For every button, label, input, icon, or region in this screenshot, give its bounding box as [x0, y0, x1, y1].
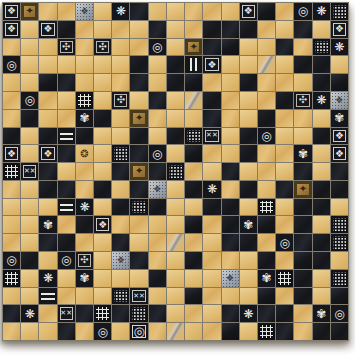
tile [331, 252, 348, 269]
tile [276, 323, 293, 340]
tile [203, 3, 220, 20]
tile [294, 270, 311, 287]
tile [130, 305, 147, 322]
tile [185, 234, 202, 251]
tile [276, 270, 293, 287]
tile [258, 199, 275, 216]
tile: ✾ [39, 216, 56, 233]
tile [94, 74, 111, 91]
tile: ❖ [331, 92, 348, 109]
mosaic-sheet: ❖✦❖❋❖◎❋❖❖❖✣✣◎✦❋◎❖◎✣✣❋❖✾✦✾✕✕◎❖❖❖❂◎✾❖✕✕✦❖❋… [2, 2, 349, 341]
tile [222, 56, 239, 73]
tile [185, 252, 202, 269]
tile [94, 145, 111, 162]
tile [39, 92, 56, 109]
tile [294, 199, 311, 216]
tile [21, 270, 38, 287]
tile [130, 270, 147, 287]
tile [167, 305, 184, 322]
tile: ❖ [3, 21, 20, 38]
tile [331, 199, 348, 216]
tile [167, 199, 184, 216]
tile [3, 74, 20, 91]
tile [276, 288, 293, 305]
tile: ◎ [130, 323, 147, 340]
tile [185, 216, 202, 233]
tile [130, 21, 147, 38]
tile [58, 145, 75, 162]
tile [276, 181, 293, 198]
tile [167, 270, 184, 287]
tile [222, 3, 239, 20]
tile [112, 39, 129, 56]
tile [130, 199, 147, 216]
tile [276, 199, 293, 216]
tile: ✣ [112, 92, 129, 109]
tile [313, 21, 330, 38]
tile [167, 163, 184, 180]
tile [313, 163, 330, 180]
tile [130, 3, 147, 20]
tile [21, 56, 38, 73]
tile [222, 110, 239, 127]
tile [203, 39, 220, 56]
tile [258, 216, 275, 233]
tile [21, 216, 38, 233]
tile [276, 128, 293, 145]
tile [58, 216, 75, 233]
tile [294, 163, 311, 180]
tile [258, 110, 275, 127]
tile [222, 92, 239, 109]
tile [313, 74, 330, 91]
tile [313, 199, 330, 216]
tile: ✾ [258, 270, 275, 287]
tile [313, 234, 330, 251]
tile [149, 305, 166, 322]
tile [149, 288, 166, 305]
tile [185, 181, 202, 198]
tile [185, 56, 202, 73]
tile [112, 56, 129, 73]
tile [3, 181, 20, 198]
tile: ◎ [276, 234, 293, 251]
tile [3, 270, 20, 287]
tile: ✦ [294, 181, 311, 198]
tile [39, 74, 56, 91]
tile [203, 216, 220, 233]
tile [185, 128, 202, 145]
tile [112, 199, 129, 216]
tile [294, 74, 311, 91]
tile [167, 181, 184, 198]
tile [203, 74, 220, 91]
tile: ❂ [76, 145, 93, 162]
tile [94, 163, 111, 180]
tile: ❖ [331, 128, 348, 145]
tile [130, 145, 147, 162]
tile [185, 305, 202, 322]
tile [58, 234, 75, 251]
tile [313, 39, 330, 56]
tile [21, 128, 38, 145]
tile [258, 234, 275, 251]
tile [130, 39, 147, 56]
tile [94, 305, 111, 322]
tile [331, 163, 348, 180]
tile [203, 234, 220, 251]
tile [240, 74, 257, 91]
tile: ✣ [76, 252, 93, 269]
tile [167, 3, 184, 20]
tile [130, 56, 147, 73]
tile: ✣ [294, 92, 311, 109]
tile [313, 145, 330, 162]
tile: ✕✕ [58, 305, 75, 322]
tile [76, 288, 93, 305]
tile [21, 181, 38, 198]
tile [258, 92, 275, 109]
tile: ✦ [130, 163, 147, 180]
tile [94, 234, 111, 251]
tile [313, 56, 330, 73]
tile [313, 252, 330, 269]
tile: ❖ [3, 3, 20, 20]
tile [222, 216, 239, 233]
tile [167, 234, 184, 251]
tile [331, 270, 348, 287]
tile [3, 216, 20, 233]
tile: ✾ [313, 305, 330, 322]
tile [39, 181, 56, 198]
tile: ❖ [203, 56, 220, 73]
tile: ❖ [112, 252, 129, 269]
tile: ✣ [94, 39, 111, 56]
tile: ✾ [294, 145, 311, 162]
tile [94, 288, 111, 305]
tile [112, 163, 129, 180]
tile [276, 145, 293, 162]
tile [331, 323, 348, 340]
tile [149, 234, 166, 251]
tile [240, 92, 257, 109]
tile [258, 288, 275, 305]
tile [130, 128, 147, 145]
tile [149, 3, 166, 20]
tile [185, 288, 202, 305]
tile [294, 216, 311, 233]
tile [130, 216, 147, 233]
tile [21, 252, 38, 269]
tile [203, 323, 220, 340]
tile: ❖ [39, 21, 56, 38]
tile [203, 288, 220, 305]
tile [39, 199, 56, 216]
tile: ◎ [21, 92, 38, 109]
tile [258, 74, 275, 91]
tile [276, 74, 293, 91]
tile [21, 199, 38, 216]
tile [276, 216, 293, 233]
tile [294, 128, 311, 145]
tile [112, 234, 129, 251]
tile [167, 21, 184, 38]
tile [222, 234, 239, 251]
tile [3, 234, 20, 251]
tile: ❋ [203, 181, 220, 198]
tile [58, 288, 75, 305]
tile [58, 92, 75, 109]
tile [167, 323, 184, 340]
tile [313, 128, 330, 145]
tile [185, 92, 202, 109]
tile [222, 74, 239, 91]
tile [3, 110, 20, 127]
tile [76, 234, 93, 251]
tile: ◎ [3, 252, 20, 269]
tile [222, 252, 239, 269]
tile [94, 56, 111, 73]
photo-background: { "game": "none — decorative stone mosai… [0, 0, 355, 355]
tile [76, 74, 93, 91]
tile: ❖ [3, 145, 20, 162]
tile [39, 323, 56, 340]
tile [76, 21, 93, 38]
tile [331, 234, 348, 251]
tile: ✣ [58, 39, 75, 56]
tile [222, 39, 239, 56]
tile [167, 145, 184, 162]
tile [258, 145, 275, 162]
tile [21, 288, 38, 305]
tile [222, 181, 239, 198]
tile [130, 92, 147, 109]
tile [276, 305, 293, 322]
tile [76, 56, 93, 73]
tile [203, 199, 220, 216]
tile [130, 252, 147, 269]
tile [94, 270, 111, 287]
tile: ❖ [76, 3, 93, 20]
tile [39, 39, 56, 56]
tile: ◎ [149, 39, 166, 56]
tile [276, 56, 293, 73]
tile [3, 288, 20, 305]
tile [222, 288, 239, 305]
tile [94, 252, 111, 269]
tile [185, 3, 202, 20]
tile [39, 110, 56, 127]
tile [240, 252, 257, 269]
tile [258, 56, 275, 73]
tile: ❖ [222, 270, 239, 287]
tile: ❋ [240, 305, 257, 322]
tile [276, 110, 293, 127]
tile [3, 199, 20, 216]
tile [130, 234, 147, 251]
tile [294, 234, 311, 251]
tile [112, 74, 129, 91]
tile: ❋ [112, 3, 129, 20]
tile [240, 39, 257, 56]
tile [76, 92, 93, 109]
tile [240, 270, 257, 287]
tile [76, 128, 93, 145]
tile: ◎ [3, 56, 20, 73]
tile [240, 145, 257, 162]
tile [258, 305, 275, 322]
tile: ◎ [94, 323, 111, 340]
tile [294, 110, 311, 127]
tile [21, 39, 38, 56]
tile [331, 288, 348, 305]
tile [3, 163, 20, 180]
tile [331, 3, 348, 20]
tile [39, 305, 56, 322]
tile [58, 181, 75, 198]
tile [149, 21, 166, 38]
tile [149, 74, 166, 91]
tile: ❋ [313, 3, 330, 20]
tile: ✦ [185, 39, 202, 56]
tile [203, 163, 220, 180]
tile [185, 74, 202, 91]
tile: ❋ [21, 305, 38, 322]
tile [276, 163, 293, 180]
tile [112, 181, 129, 198]
tile: ❖ [331, 145, 348, 162]
tile: ❖ [39, 145, 56, 162]
tile [331, 216, 348, 233]
tile: ◎ [149, 145, 166, 162]
tile [258, 3, 275, 20]
tile: ❋ [39, 270, 56, 287]
tile [76, 305, 93, 322]
tile [222, 145, 239, 162]
tile [167, 288, 184, 305]
tile: ✾ [76, 110, 93, 127]
tile [203, 270, 220, 287]
tile [94, 21, 111, 38]
tile [21, 74, 38, 91]
tile [294, 21, 311, 38]
tile [58, 199, 75, 216]
tile [39, 3, 56, 20]
tile [149, 270, 166, 287]
tile [167, 92, 184, 109]
tile [76, 39, 93, 56]
tile [294, 323, 311, 340]
tile [276, 21, 293, 38]
tile [240, 199, 257, 216]
tile: ◎ [331, 305, 348, 322]
tile [167, 216, 184, 233]
tile [149, 56, 166, 73]
tile [149, 163, 166, 180]
tile [313, 323, 330, 340]
tile [112, 110, 129, 127]
tile [203, 305, 220, 322]
tile [112, 305, 129, 322]
tile: ✾ [240, 216, 257, 233]
tile [76, 323, 93, 340]
tile [276, 3, 293, 20]
tile [58, 128, 75, 145]
tile [3, 128, 20, 145]
tile [58, 110, 75, 127]
tile [21, 145, 38, 162]
tile [313, 181, 330, 198]
tile [240, 323, 257, 340]
tile [185, 199, 202, 216]
tile [276, 92, 293, 109]
tile [185, 21, 202, 38]
tile [294, 288, 311, 305]
tile [240, 234, 257, 251]
tile [94, 181, 111, 198]
tile [167, 252, 184, 269]
tile [39, 56, 56, 73]
tile [21, 21, 38, 38]
tile [58, 56, 75, 73]
tile [112, 270, 129, 287]
tile [240, 56, 257, 73]
tile [112, 21, 129, 38]
tile: ❖ [331, 21, 348, 38]
tile [258, 252, 275, 269]
tile: ✦ [130, 110, 147, 127]
tile [3, 39, 20, 56]
tile [94, 110, 111, 127]
tile [276, 39, 293, 56]
tile [94, 128, 111, 145]
tile [258, 323, 275, 340]
tile [331, 74, 348, 91]
tile [112, 323, 129, 340]
tile [203, 145, 220, 162]
tile [222, 199, 239, 216]
tile: ❖ [240, 3, 257, 20]
tile [203, 21, 220, 38]
tile [112, 216, 129, 233]
tile [130, 181, 147, 198]
tile [203, 252, 220, 269]
tile: ❋ [313, 92, 330, 109]
tile [149, 110, 166, 127]
tile [94, 199, 111, 216]
tile [294, 252, 311, 269]
tile: ❋ [331, 39, 348, 56]
tile [258, 163, 275, 180]
tile [167, 128, 184, 145]
tile: ✕✕ [130, 288, 147, 305]
tile [112, 288, 129, 305]
tile [331, 56, 348, 73]
tile [167, 39, 184, 56]
tile [185, 110, 202, 127]
tile [149, 216, 166, 233]
tile [313, 288, 330, 305]
tile: ✕✕ [203, 128, 220, 145]
tile [21, 234, 38, 251]
tile: ✾ [76, 270, 93, 287]
tile [130, 74, 147, 91]
tile [76, 216, 93, 233]
tile [331, 181, 348, 198]
tile [222, 305, 239, 322]
tile [240, 163, 257, 180]
tile [294, 56, 311, 73]
